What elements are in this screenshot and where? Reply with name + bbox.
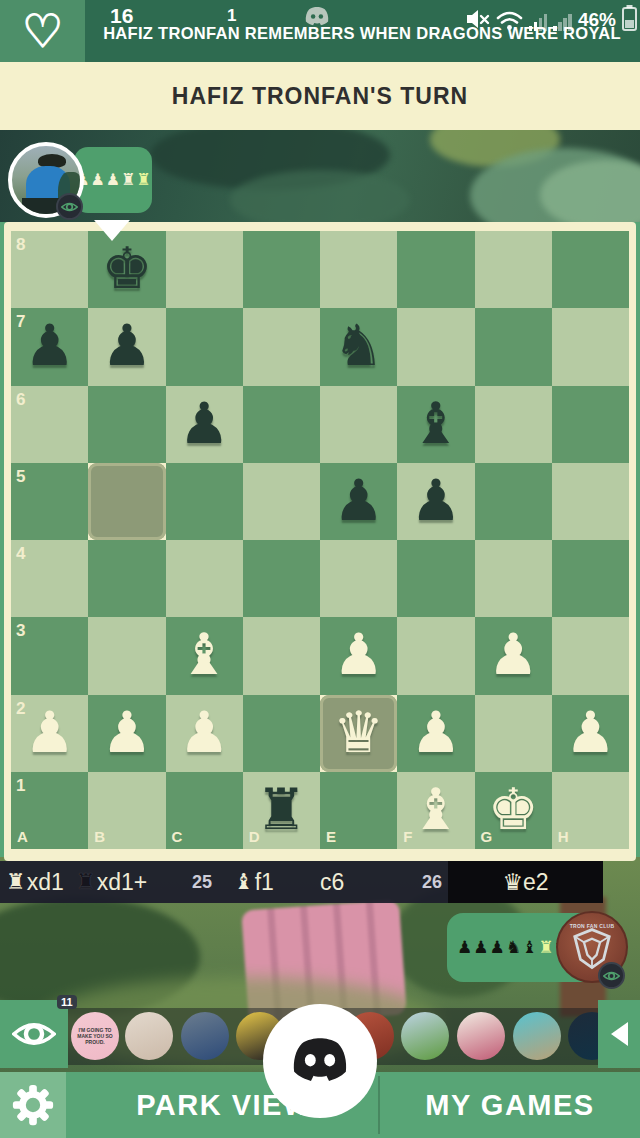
move-text: 26 [422, 872, 442, 893]
turn-banner: HAFIZ TRONFAN'S TURN [0, 62, 640, 130]
captured-black-bishop: ♝ [522, 939, 537, 956]
face-paint-avatar[interactable] [457, 1012, 505, 1060]
square-g8[interactable] [475, 231, 552, 308]
move-entry[interactable]: ♝f1 [234, 861, 274, 903]
square-b4[interactable] [88, 540, 165, 617]
square-f3[interactable] [397, 617, 474, 694]
captured-white-rook: ♜ [121, 172, 135, 188]
captured-white-rook: ♜ [137, 172, 151, 188]
move-text: xd1 [27, 869, 64, 896]
square-b8[interactable] [88, 231, 165, 308]
turn-banner-text: HAFIZ TRONFAN'S TURN [172, 83, 468, 110]
move-number[interactable]: 25 [192, 861, 212, 903]
board-squares [11, 231, 629, 849]
captured-black-knight: ♞ [506, 939, 521, 956]
status-icons: 46% [466, 5, 637, 31]
square-h7[interactable] [552, 308, 629, 385]
square-d8[interactable] [243, 231, 320, 308]
square-g1[interactable] [475, 772, 552, 849]
square-c4[interactable] [166, 540, 243, 617]
square-e5[interactable] [320, 463, 397, 540]
square-g4[interactable] [475, 540, 552, 617]
lives-tile[interactable]: ♡ [0, 0, 85, 62]
gear-icon [10, 1082, 56, 1128]
square-h2[interactable] [552, 695, 629, 772]
move-entry[interactable]: ♜xd1+ [76, 861, 147, 903]
white-bishop-icon: ♝ [234, 871, 254, 893]
eye-icon [12, 1019, 56, 1049]
square-h4[interactable] [552, 540, 629, 617]
square-e6[interactable] [320, 386, 397, 463]
move-text: 25 [192, 872, 212, 893]
tab-my-games[interactable]: MY GAMES [380, 1072, 640, 1138]
square-a8[interactable] [11, 231, 88, 308]
square-h6[interactable] [552, 386, 629, 463]
square-e7[interactable] [320, 308, 397, 385]
square-d1[interactable] [243, 772, 320, 849]
square-a2[interactable] [11, 695, 88, 772]
mute-icon [466, 7, 490, 31]
square-f1[interactable] [397, 772, 474, 849]
square-d2[interactable] [243, 695, 320, 772]
quad-rider-avatar[interactable] [401, 1012, 449, 1060]
square-f2[interactable] [397, 695, 474, 772]
white-queen-icon: ♛ [502, 869, 523, 896]
proud-text-avatar[interactable]: I'M GOING TO MAKE YOU SO PROUD. [71, 1012, 119, 1060]
move-entry[interactable]: ♜xd1 [6, 861, 64, 903]
left-triangle-icon [611, 1022, 628, 1046]
move-text: xd1+ [97, 869, 148, 896]
square-d3[interactable] [243, 617, 320, 694]
square-d5[interactable] [243, 463, 320, 540]
square-g6[interactable] [475, 386, 552, 463]
square-h1[interactable] [552, 772, 629, 849]
speech-pointer [94, 220, 130, 241]
move-number[interactable]: 26 [422, 861, 442, 903]
square-e8[interactable] [320, 231, 397, 308]
discord-status-icon [303, 7, 331, 27]
square-c8[interactable] [166, 231, 243, 308]
status-time-fragment: 16 [110, 4, 133, 28]
square-c7[interactable] [166, 308, 243, 385]
move-text: e2 [523, 869, 549, 896]
square-e3[interactable] [320, 617, 397, 694]
square-d7[interactable] [243, 308, 320, 385]
square-f6[interactable] [397, 386, 474, 463]
square-b6[interactable] [88, 386, 165, 463]
square-g5[interactable] [475, 463, 552, 540]
square-b2[interactable] [88, 695, 165, 772]
spectate-button[interactable] [0, 1000, 68, 1068]
signal-bars [529, 14, 548, 31]
square-g3[interactable] [475, 617, 552, 694]
captured-black-rook: ♜ [538, 939, 553, 956]
signal-bars [553, 14, 572, 31]
bottom-player-watch-badge[interactable] [598, 962, 625, 989]
square-f5[interactable] [397, 463, 474, 540]
cat-avatar[interactable] [125, 1012, 173, 1060]
captured-black-pawn: ♟ [473, 939, 488, 956]
square-h3[interactable] [552, 617, 629, 694]
captured-white-pawn: ♟ [90, 172, 104, 188]
collapse-strip-button[interactable] [598, 1000, 640, 1068]
captured-black-pawn: ♟ [457, 939, 472, 956]
eye-icon [61, 201, 78, 213]
square-d4[interactable] [243, 540, 320, 617]
top-player-watch-badge[interactable] [56, 193, 83, 220]
settings-button[interactable] [0, 1072, 66, 1138]
square-b7[interactable] [88, 308, 165, 385]
square-e4[interactable] [320, 540, 397, 617]
avatar-caption: I'M GOING TO MAKE YOU SO PROUD. [71, 1027, 119, 1045]
square-h8[interactable] [552, 231, 629, 308]
square-g2[interactable] [475, 695, 552, 772]
battery-icon [622, 5, 637, 31]
square-a3[interactable] [11, 617, 88, 694]
captured-white-pawn: ♟ [106, 172, 120, 188]
move-list-bar[interactable]: ♜xd1♜xd1+25♝f1c626♛e2 [0, 861, 603, 903]
move-text: f1 [255, 869, 274, 896]
square-a7[interactable] [11, 308, 88, 385]
square-a6[interactable] [11, 386, 88, 463]
move-entry[interactable]: c6 [320, 861, 344, 903]
friends-count-badge: 11 [57, 995, 77, 1009]
eye-icon [603, 970, 620, 982]
square-h5[interactable] [552, 463, 629, 540]
wifi-icon [496, 9, 523, 31]
square-d6[interactable] [243, 386, 320, 463]
square-a1[interactable] [11, 772, 88, 849]
square-e2[interactable] [320, 695, 397, 772]
top-player-captured-tray: ♟♟♟♜♜ [74, 147, 152, 213]
captured-black-pawn: ♟ [490, 939, 505, 956]
square-c1[interactable] [166, 772, 243, 849]
chess-app-screen: ♡ HAFIZ TRONFAN REMEMBERS WHEN DRAGONS W… [0, 0, 640, 1138]
status-notification-count: 1 [227, 6, 236, 26]
square-b3[interactable] [88, 617, 165, 694]
square-b1[interactable] [88, 772, 165, 849]
discord-icon [289, 1038, 351, 1085]
black-rook-icon: ♜ [76, 871, 96, 893]
square-f4[interactable] [397, 540, 474, 617]
square-c3[interactable] [166, 617, 243, 694]
square-a5[interactable] [11, 463, 88, 540]
square-f8[interactable] [397, 231, 474, 308]
square-g7[interactable] [475, 308, 552, 385]
move-entry-current[interactable]: ♛e2 [448, 861, 603, 903]
square-b5[interactable] [88, 463, 165, 540]
blue-shirt-avatar[interactable] [181, 1012, 229, 1060]
square-c6[interactable] [166, 386, 243, 463]
square-c2[interactable] [166, 695, 243, 772]
square-f7[interactable] [397, 308, 474, 385]
square-a4[interactable] [11, 540, 88, 617]
heart-icon: ♡ [22, 8, 63, 54]
white-rook-icon: ♜ [6, 871, 26, 893]
square-e1[interactable] [320, 772, 397, 849]
roadside-avatar[interactable] [513, 1012, 561, 1060]
move-text: c6 [320, 869, 344, 896]
battery-percent: 46% [578, 9, 616, 31]
square-c5[interactable] [166, 463, 243, 540]
discord-button[interactable] [263, 1004, 377, 1118]
